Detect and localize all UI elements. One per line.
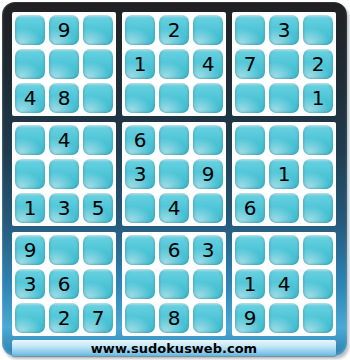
given-cell-r7c6: 3 xyxy=(193,235,223,265)
given-cell-r3c9: 1 xyxy=(303,83,333,113)
empty-cell-r1c6[interactable] xyxy=(193,15,223,45)
box-r1c3: 3721 xyxy=(232,12,336,116)
box-r3c2: 638 xyxy=(122,232,226,336)
box-r3c3: 149 xyxy=(232,232,336,336)
empty-cell-r8c3[interactable] xyxy=(83,269,113,299)
empty-cell-r3c3[interactable] xyxy=(83,83,113,113)
box-r1c2: 214 xyxy=(122,12,226,116)
given-cell-r1c5: 2 xyxy=(159,15,189,45)
empty-cell-r1c1[interactable] xyxy=(15,15,45,45)
given-cell-r8c8: 4 xyxy=(269,269,299,299)
empty-cell-r2c8[interactable] xyxy=(269,49,299,79)
given-cell-r6c7: 6 xyxy=(235,193,265,223)
empty-cell-r3c6[interactable] xyxy=(193,83,223,113)
given-cell-r5c4: 3 xyxy=(125,159,155,189)
given-cell-r2c4: 1 xyxy=(125,49,155,79)
empty-cell-r3c5[interactable] xyxy=(159,83,189,113)
given-cell-r5c6: 9 xyxy=(193,159,223,189)
box-r2c1: 4135 xyxy=(12,122,116,226)
given-cell-r9c3: 7 xyxy=(83,303,113,333)
given-cell-r2c9: 2 xyxy=(303,49,333,79)
board-frame: 9482143721413563941693627638149 www.sudo… xyxy=(2,2,347,356)
given-cell-r6c3: 5 xyxy=(83,193,113,223)
empty-cell-r5c9[interactable] xyxy=(303,159,333,189)
box-r3c1: 93627 xyxy=(12,232,116,336)
given-cell-r2c6: 4 xyxy=(193,49,223,79)
box-r2c2: 6394 xyxy=(122,122,226,226)
given-cell-r1c8: 3 xyxy=(269,15,299,45)
empty-cell-r9c9[interactable] xyxy=(303,303,333,333)
empty-cell-r8c4[interactable] xyxy=(125,269,155,299)
empty-cell-r8c9[interactable] xyxy=(303,269,333,299)
empty-cell-r4c9[interactable] xyxy=(303,125,333,155)
box-r1c1: 948 xyxy=(12,12,116,116)
given-cell-r8c2: 6 xyxy=(49,269,79,299)
empty-cell-r4c6[interactable] xyxy=(193,125,223,155)
given-cell-r7c5: 6 xyxy=(159,235,189,265)
given-cell-r3c1: 4 xyxy=(15,83,45,113)
empty-cell-r4c7[interactable] xyxy=(235,125,265,155)
given-cell-r9c2: 2 xyxy=(49,303,79,333)
empty-cell-r4c8[interactable] xyxy=(269,125,299,155)
empty-cell-r7c9[interactable] xyxy=(303,235,333,265)
given-cell-r4c2: 4 xyxy=(49,125,79,155)
empty-cell-r8c6[interactable] xyxy=(193,269,223,299)
empty-cell-r2c3[interactable] xyxy=(83,49,113,79)
empty-cell-r3c4[interactable] xyxy=(125,83,155,113)
empty-cell-r2c1[interactable] xyxy=(15,49,45,79)
empty-cell-r5c3[interactable] xyxy=(83,159,113,189)
empty-cell-r6c6[interactable] xyxy=(193,193,223,223)
empty-cell-r7c7[interactable] xyxy=(235,235,265,265)
given-cell-r4c4: 6 xyxy=(125,125,155,155)
empty-cell-r2c2[interactable] xyxy=(49,49,79,79)
given-cell-r9c7: 9 xyxy=(235,303,265,333)
empty-cell-r6c4[interactable] xyxy=(125,193,155,223)
empty-cell-r2c5[interactable] xyxy=(159,49,189,79)
box-r2c3: 16 xyxy=(232,122,336,226)
given-cell-r7c1: 9 xyxy=(15,235,45,265)
empty-cell-r5c5[interactable] xyxy=(159,159,189,189)
empty-cell-r7c3[interactable] xyxy=(83,235,113,265)
empty-cell-r5c2[interactable] xyxy=(49,159,79,189)
empty-cell-r4c5[interactable] xyxy=(159,125,189,155)
given-cell-r2c7: 7 xyxy=(235,49,265,79)
empty-cell-r1c9[interactable] xyxy=(303,15,333,45)
empty-cell-r6c8[interactable] xyxy=(269,193,299,223)
empty-cell-r6c9[interactable] xyxy=(303,193,333,223)
empty-cell-r4c3[interactable] xyxy=(83,125,113,155)
empty-cell-r7c4[interactable] xyxy=(125,235,155,265)
website-text: www.sudokusweb.com xyxy=(12,340,336,356)
empty-cell-r7c2[interactable] xyxy=(49,235,79,265)
given-cell-r5c8: 1 xyxy=(269,159,299,189)
empty-cell-r1c4[interactable] xyxy=(125,15,155,45)
sudoku-board: 9482143721413563941693627638149 xyxy=(12,12,336,336)
empty-cell-r7c8[interactable] xyxy=(269,235,299,265)
empty-cell-r9c1[interactable] xyxy=(15,303,45,333)
empty-cell-r4c1[interactable] xyxy=(15,125,45,155)
given-cell-r6c1: 1 xyxy=(15,193,45,223)
empty-cell-r9c4[interactable] xyxy=(125,303,155,333)
empty-cell-r3c8[interactable] xyxy=(269,83,299,113)
given-cell-r3c2: 8 xyxy=(49,83,79,113)
empty-cell-r9c6[interactable] xyxy=(193,303,223,333)
given-cell-r6c5: 4 xyxy=(159,193,189,223)
empty-cell-r5c1[interactable] xyxy=(15,159,45,189)
given-cell-r8c1: 3 xyxy=(15,269,45,299)
empty-cell-r1c3[interactable] xyxy=(83,15,113,45)
given-cell-r9c5: 8 xyxy=(159,303,189,333)
given-cell-r6c2: 3 xyxy=(49,193,79,223)
empty-cell-r3c7[interactable] xyxy=(235,83,265,113)
empty-cell-r9c8[interactable] xyxy=(269,303,299,333)
given-cell-r8c7: 1 xyxy=(235,269,265,299)
empty-cell-r5c7[interactable] xyxy=(235,159,265,189)
empty-cell-r1c7[interactable] xyxy=(235,15,265,45)
empty-cell-r8c5[interactable] xyxy=(159,269,189,299)
given-cell-r1c2: 9 xyxy=(49,15,79,45)
